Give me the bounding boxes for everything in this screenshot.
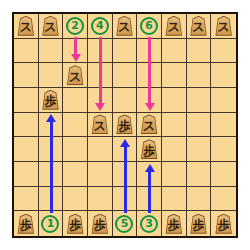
- square-r2c3[interactable]: [63, 39, 88, 64]
- square-r9c1[interactable]: 歩: [14, 211, 39, 236]
- move-number-badge-2: 2: [66, 17, 84, 35]
- koma-glyph: ス: [69, 67, 81, 83]
- square-r6c6[interactable]: 歩: [137, 137, 162, 162]
- square-r8c3[interactable]: [63, 187, 88, 212]
- koma-glyph: 歩: [192, 216, 204, 232]
- square-r7c9[interactable]: [211, 162, 236, 187]
- koma-enemy[interactable]: ス: [41, 16, 60, 36]
- square-r4c4[interactable]: [88, 88, 113, 113]
- square-r3c8[interactable]: [187, 63, 212, 88]
- koma-face: ス: [190, 17, 207, 35]
- square-r2c1[interactable]: [14, 39, 39, 64]
- square-r1c2[interactable]: ス: [39, 14, 64, 39]
- square-r9c9[interactable]: 歩: [211, 211, 236, 236]
- koma-face: ス: [67, 66, 84, 84]
- square-r3c2[interactable]: [39, 63, 64, 88]
- square-r5c1[interactable]: [14, 113, 39, 138]
- koma-face: 歩: [165, 215, 182, 233]
- koma-glyph: 歩: [20, 216, 32, 232]
- square-r8c8[interactable]: [187, 187, 212, 212]
- square-r5c7[interactable]: [162, 113, 187, 138]
- square-r8c4[interactable]: [88, 187, 113, 212]
- square-r9c3[interactable]: 歩: [63, 211, 88, 236]
- square-r5c3[interactable]: [63, 113, 88, 138]
- square-r1c1[interactable]: ス: [14, 14, 39, 39]
- koma-enemy[interactable]: ス: [214, 16, 233, 36]
- koma-enemy[interactable]: ス: [16, 16, 35, 36]
- square-r9c6[interactable]: 3: [137, 211, 162, 236]
- koma-face: ス: [17, 17, 34, 35]
- square-r4c9[interactable]: [211, 88, 236, 113]
- move-number-badge-6: 6: [140, 17, 158, 35]
- square-r9c4[interactable]: 歩: [88, 211, 113, 236]
- koma-glyph: 歩: [94, 216, 106, 232]
- koma-pawn[interactable]: 歩: [41, 90, 60, 110]
- koma-glyph: ス: [20, 18, 32, 34]
- square-r8c7[interactable]: [162, 187, 187, 212]
- square-r4c3[interactable]: [63, 88, 88, 113]
- square-r4c2[interactable]: 歩: [39, 88, 64, 113]
- koma-face: 歩: [42, 91, 59, 109]
- square-r4c8[interactable]: [187, 88, 212, 113]
- square-r2c4[interactable]: [88, 39, 113, 64]
- koma-glyph: ス: [192, 18, 204, 34]
- koma-face: ス: [165, 17, 182, 35]
- koma-pawn[interactable]: 歩: [66, 214, 85, 234]
- square-r1c5[interactable]: ス: [113, 14, 138, 39]
- square-r8c6[interactable]: [137, 187, 162, 212]
- koma-enemy[interactable]: ス: [140, 114, 159, 134]
- koma-pawn[interactable]: 歩: [115, 114, 134, 134]
- square-r1c9[interactable]: ス: [211, 14, 236, 39]
- koma-pawn[interactable]: 歩: [140, 139, 159, 159]
- square-r6c2[interactable]: [39, 137, 64, 162]
- square-r8c2[interactable]: [39, 187, 64, 212]
- koma-pawn[interactable]: 歩: [90, 214, 109, 234]
- koma-face: ス: [141, 115, 158, 133]
- square-r2c2[interactable]: [39, 39, 64, 64]
- square-r7c2[interactable]: [39, 162, 64, 187]
- koma-glyph: 歩: [118, 117, 130, 133]
- square-r1c6[interactable]: 6: [137, 14, 162, 39]
- square-r9c5[interactable]: 5: [113, 211, 138, 236]
- koma-glyph: ス: [168, 18, 180, 34]
- square-r4c1[interactable]: [14, 88, 39, 113]
- square-r7c8[interactable]: [187, 162, 212, 187]
- square-r1c3[interactable]: 2: [63, 14, 88, 39]
- koma-glyph: ス: [44, 18, 56, 34]
- koma-face: ス: [42, 17, 59, 35]
- koma-glyph: ス: [218, 18, 230, 34]
- square-r5c5[interactable]: 歩: [113, 113, 138, 138]
- koma-face: 歩: [116, 115, 133, 133]
- square-r7c5[interactable]: [113, 162, 138, 187]
- square-r3c9[interactable]: [211, 63, 236, 88]
- square-r2c8[interactable]: [187, 39, 212, 64]
- square-r6c3[interactable]: [63, 137, 88, 162]
- square-r8c9[interactable]: [211, 187, 236, 212]
- square-r5c2[interactable]: [39, 113, 64, 138]
- square-r7c4[interactable]: [88, 162, 113, 187]
- koma-glyph: 歩: [218, 216, 230, 232]
- square-r4c6[interactable]: [137, 88, 162, 113]
- koma-glyph: ス: [94, 117, 106, 133]
- koma-enemy[interactable]: ス: [189, 16, 208, 36]
- koma-face: 歩: [141, 140, 158, 158]
- square-r1c8[interactable]: ス: [187, 14, 212, 39]
- square-r6c7[interactable]: [162, 137, 187, 162]
- square-r2c9[interactable]: [211, 39, 236, 64]
- square-r6c4[interactable]: [88, 137, 113, 162]
- square-r2c7[interactable]: [162, 39, 187, 64]
- square-r5c9[interactable]: [211, 113, 236, 138]
- square-r5c4[interactable]: ス: [88, 113, 113, 138]
- square-r9c8[interactable]: 歩: [187, 211, 212, 236]
- koma-face: 歩: [17, 215, 34, 233]
- square-r8c1[interactable]: [14, 187, 39, 212]
- koma-face: 歩: [215, 215, 232, 233]
- koma-glyph: ス: [118, 18, 130, 34]
- square-r6c1[interactable]: [14, 137, 39, 162]
- square-r3c3[interactable]: ス: [63, 63, 88, 88]
- move-number-badge-4: 4: [91, 17, 109, 35]
- koma-pawn[interactable]: 歩: [164, 214, 183, 234]
- square-r9c7[interactable]: 歩: [162, 211, 187, 236]
- koma-face: ス: [116, 17, 133, 35]
- koma-glyph: 歩: [44, 92, 56, 108]
- square-r7c7[interactable]: [162, 162, 187, 187]
- koma-enemy[interactable]: ス: [115, 16, 134, 36]
- koma-enemy[interactable]: ス: [90, 114, 109, 134]
- koma-pawn[interactable]: 歩: [16, 214, 35, 234]
- square-r1c4[interactable]: 4: [88, 14, 113, 39]
- square-r1c7[interactable]: ス: [162, 14, 187, 39]
- move-number-badge-5: 5: [115, 215, 133, 233]
- koma-face: 歩: [91, 215, 108, 233]
- koma-enemy[interactable]: ス: [66, 65, 85, 85]
- koma-glyph: 歩: [168, 216, 180, 232]
- move-number-badge-3: 3: [140, 215, 158, 233]
- koma-pawn[interactable]: 歩: [189, 214, 208, 234]
- square-r6c8[interactable]: [187, 137, 212, 162]
- square-r8c5[interactable]: [113, 187, 138, 212]
- square-r2c5[interactable]: [113, 39, 138, 64]
- koma-face: ス: [215, 17, 232, 35]
- square-r7c6[interactable]: [137, 162, 162, 187]
- koma-face: 歩: [190, 215, 207, 233]
- square-r4c5[interactable]: [113, 88, 138, 113]
- square-r7c3[interactable]: [63, 162, 88, 187]
- square-r6c9[interactable]: [211, 137, 236, 162]
- move-number-badge-1: 1: [41, 215, 59, 233]
- square-r5c6[interactable]: ス: [137, 113, 162, 138]
- koma-pawn[interactable]: 歩: [214, 214, 233, 234]
- square-r3c1[interactable]: [14, 63, 39, 88]
- koma-face: ス: [91, 115, 108, 133]
- square-r2c6[interactable]: [137, 39, 162, 64]
- pawn-practice-diagram: スス24ス6スススス歩ス歩ス歩歩1歩歩53歩歩歩: [0, 0, 250, 250]
- square-r3c4[interactable]: [88, 63, 113, 88]
- koma-glyph: 歩: [69, 216, 81, 232]
- square-r7c1[interactable]: [14, 162, 39, 187]
- koma-face: 歩: [67, 215, 84, 233]
- shogi-board: スス24ス6スススス歩ス歩ス歩歩1歩歩53歩歩歩: [12, 12, 238, 238]
- square-r5c8[interactable]: [187, 113, 212, 138]
- square-r3c5[interactable]: [113, 63, 138, 88]
- koma-glyph: ス: [143, 117, 155, 133]
- square-r6c5[interactable]: [113, 137, 138, 162]
- koma-glyph: 歩: [143, 141, 155, 157]
- square-r3c6[interactable]: [137, 63, 162, 88]
- koma-enemy[interactable]: ス: [164, 16, 183, 36]
- square-r4c7[interactable]: [162, 88, 187, 113]
- square-r9c2[interactable]: 1: [39, 211, 64, 236]
- square-r3c7[interactable]: [162, 63, 187, 88]
